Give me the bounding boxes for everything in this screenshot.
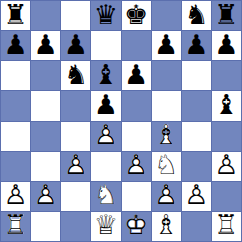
piece-black-bishop: ♝: [91, 61, 120, 90]
square-f7[interactable]: ♟: [152, 31, 181, 60]
square-e4[interactable]: [122, 122, 151, 151]
piece-white-rook: ♜♖: [212, 212, 241, 241]
piece-black-queen: ♛: [91, 1, 120, 30]
piece-white-king: ♚♔: [122, 212, 151, 241]
square-d7[interactable]: [91, 31, 120, 60]
piece-black-pawn: ♟: [91, 91, 120, 120]
square-d3[interactable]: [91, 152, 120, 181]
square-c4[interactable]: [61, 122, 90, 151]
piece-black-knight: ♞: [61, 61, 90, 90]
square-f5[interactable]: [152, 91, 181, 120]
square-g8[interactable]: ♞: [182, 1, 211, 30]
square-g6[interactable]: [182, 61, 211, 90]
piece-black-pawn: ♟: [122, 61, 151, 90]
piece-white-pawn: ♟♙: [91, 122, 120, 151]
piece-white-knight: ♞♘: [91, 182, 120, 211]
square-d6[interactable]: ♝: [91, 61, 120, 90]
piece-white-knight: ♞♘: [152, 152, 181, 181]
square-c1[interactable]: [61, 212, 90, 241]
chess-board: ♜♛♚♞♜♟♟♟♟♟♟♞♝♟♟♝♟♙♝♗♟♙♟♙♞♘♟♙♟♙♟♙♞♘♟♙♟♙♜♖…: [0, 0, 242, 242]
piece-white-pawn: ♟♙: [1, 182, 30, 211]
square-b8[interactable]: [31, 1, 60, 30]
square-a2[interactable]: ♟♙: [1, 182, 30, 211]
square-h5[interactable]: ♝: [212, 91, 241, 120]
square-a5[interactable]: [1, 91, 30, 120]
piece-black-pawn: ♟: [31, 31, 60, 60]
piece-black-pawn: ♟: [182, 31, 211, 60]
square-e5[interactable]: [122, 91, 151, 120]
square-d8[interactable]: ♛: [91, 1, 120, 30]
piece-white-pawn: ♟♙: [152, 182, 181, 211]
square-f6[interactable]: [152, 61, 181, 90]
square-a6[interactable]: [1, 61, 30, 90]
square-e2[interactable]: [122, 182, 151, 211]
piece-white-pawn: ♟♙: [31, 182, 60, 211]
square-c6[interactable]: ♞: [61, 61, 90, 90]
square-e1[interactable]: ♚♔: [122, 212, 151, 241]
square-h3[interactable]: ♟♙: [212, 152, 241, 181]
square-a4[interactable]: [1, 122, 30, 151]
piece-white-bishop: ♝♗: [152, 122, 181, 151]
square-d1[interactable]: ♛♕: [91, 212, 120, 241]
piece-white-bishop: ♝♗: [152, 212, 181, 241]
piece-black-knight: ♞: [182, 1, 211, 30]
square-f8[interactable]: [152, 1, 181, 30]
square-b5[interactable]: [31, 91, 60, 120]
piece-black-bishop: ♝: [212, 91, 241, 120]
square-b4[interactable]: [31, 122, 60, 151]
square-g4[interactable]: [182, 122, 211, 151]
square-h6[interactable]: [212, 61, 241, 90]
piece-white-pawn: ♟♙: [61, 152, 90, 181]
square-b3[interactable]: [31, 152, 60, 181]
square-h8[interactable]: ♜: [212, 1, 241, 30]
square-g5[interactable]: [182, 91, 211, 120]
square-h4[interactable]: [212, 122, 241, 151]
square-f1[interactable]: ♝♗: [152, 212, 181, 241]
square-h1[interactable]: ♜♖: [212, 212, 241, 241]
square-e7[interactable]: [122, 31, 151, 60]
piece-white-rook: ♜♖: [1, 212, 30, 241]
square-a7[interactable]: ♟: [1, 31, 30, 60]
piece-black-pawn: ♟: [152, 31, 181, 60]
square-f3[interactable]: ♞♘: [152, 152, 181, 181]
square-g3[interactable]: [182, 152, 211, 181]
square-b6[interactable]: [31, 61, 60, 90]
piece-black-pawn: ♟: [1, 31, 30, 60]
piece-black-king: ♚: [122, 1, 151, 30]
square-c7[interactable]: ♟: [61, 31, 90, 60]
square-a3[interactable]: [1, 152, 30, 181]
square-f4[interactable]: ♝♗: [152, 122, 181, 151]
piece-black-pawn: ♟: [61, 31, 90, 60]
square-e6[interactable]: ♟: [122, 61, 151, 90]
square-c2[interactable]: [61, 182, 90, 211]
square-g7[interactable]: ♟: [182, 31, 211, 60]
square-h2[interactable]: [212, 182, 241, 211]
square-b2[interactable]: ♟♙: [31, 182, 60, 211]
piece-white-pawn: ♟♙: [122, 152, 151, 181]
square-e3[interactable]: ♟♙: [122, 152, 151, 181]
piece-white-queen: ♛♕: [91, 212, 120, 241]
piece-black-rook: ♜: [212, 1, 241, 30]
square-c3[interactable]: ♟♙: [61, 152, 90, 181]
square-g1[interactable]: [182, 212, 211, 241]
piece-black-pawn: ♟: [212, 31, 241, 60]
square-a1[interactable]: ♜♖: [1, 212, 30, 241]
square-h7[interactable]: ♟: [212, 31, 241, 60]
square-a8[interactable]: ♜: [1, 1, 30, 30]
square-b7[interactable]: ♟: [31, 31, 60, 60]
square-d2[interactable]: ♞♘: [91, 182, 120, 211]
square-c5[interactable]: [61, 91, 90, 120]
piece-white-pawn: ♟♙: [212, 152, 241, 181]
square-c8[interactable]: [61, 1, 90, 30]
square-e8[interactable]: ♚: [122, 1, 151, 30]
square-f2[interactable]: ♟♙: [152, 182, 181, 211]
piece-black-rook: ♜: [1, 1, 30, 30]
square-g2[interactable]: ♟♙: [182, 182, 211, 211]
square-b1[interactable]: [31, 212, 60, 241]
square-d4[interactable]: ♟♙: [91, 122, 120, 151]
square-d5[interactable]: ♟: [91, 91, 120, 120]
piece-white-pawn: ♟♙: [182, 182, 211, 211]
